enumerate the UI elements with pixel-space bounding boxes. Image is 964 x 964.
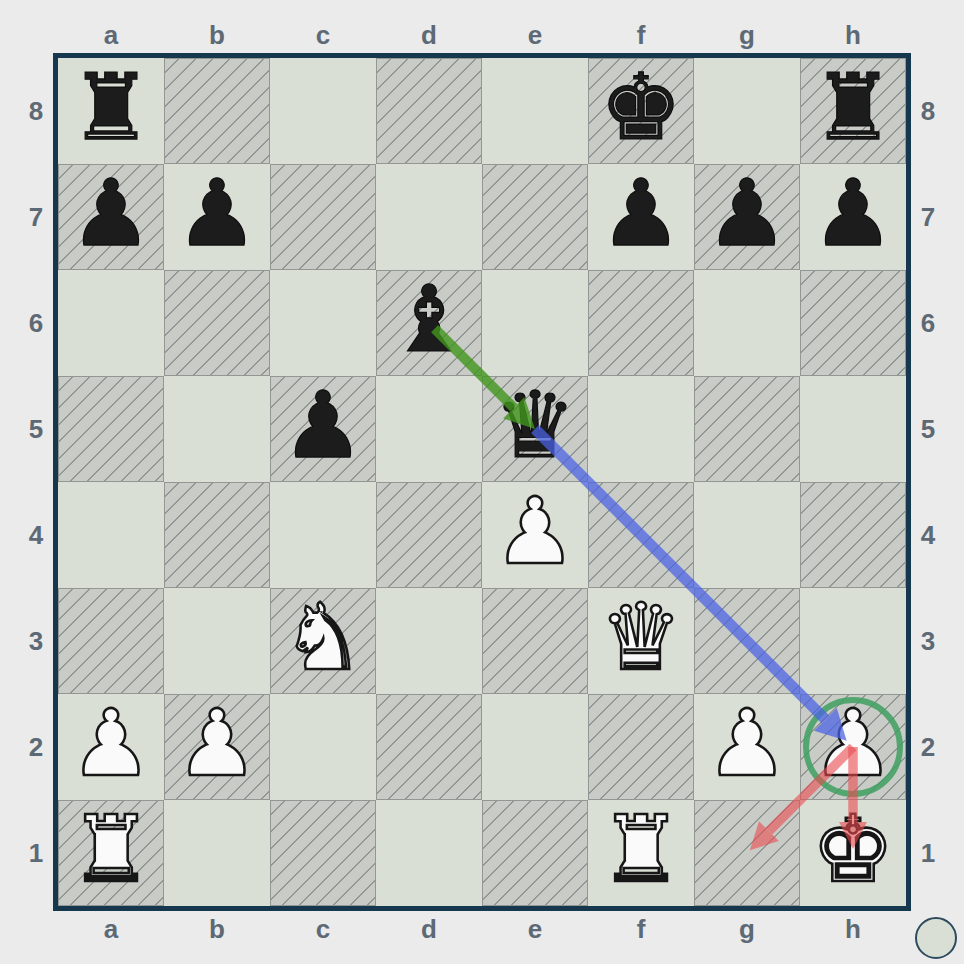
coord-label-5: 5 (914, 376, 942, 482)
square-d4[interactable] (376, 482, 482, 588)
square-f6[interactable] (588, 270, 694, 376)
square-d1[interactable] (376, 800, 482, 906)
coord-label-1: 1 (22, 800, 50, 906)
piece-black-rook[interactable]: ♜ (70, 55, 152, 161)
square-a7[interactable]: ♟ (58, 164, 164, 270)
square-g5[interactable] (694, 376, 800, 482)
square-c3[interactable]: ♞ (270, 588, 376, 694)
piece-black-king[interactable]: ♚ (600, 55, 682, 161)
square-a1[interactable]: ♜ (58, 800, 164, 906)
coord-label-b: b (164, 20, 270, 50)
square-e1[interactable] (482, 800, 588, 906)
coord-label-2: 2 (22, 694, 50, 800)
rank-labels-left: 87654321 (22, 58, 50, 906)
square-h5[interactable] (800, 376, 906, 482)
piece-white-pawn[interactable]: ♟ (176, 691, 258, 797)
coord-label-1: 1 (914, 800, 942, 906)
coord-label-f: f (588, 20, 694, 50)
coord-label-c: c (270, 914, 376, 944)
piece-white-rook[interactable]: ♜ (70, 797, 152, 903)
square-g4[interactable] (694, 482, 800, 588)
piece-black-pawn[interactable]: ♟ (812, 161, 894, 267)
square-c8[interactable] (270, 58, 376, 164)
coord-label-a: a (58, 20, 164, 50)
square-a6[interactable] (58, 270, 164, 376)
square-e4[interactable]: ♟ (482, 482, 588, 588)
square-e3[interactable] (482, 588, 588, 694)
piece-black-bishop[interactable]: ♝ (388, 267, 470, 373)
piece-white-knight[interactable]: ♞ (282, 585, 364, 691)
square-h1[interactable]: ♚ (800, 800, 906, 906)
file-labels-bottom: abcdefgh (58, 914, 906, 944)
chess-diagram: abcdefgh abcdefgh 87654321 87654321 ♜♚♜♟… (0, 0, 964, 964)
square-b1[interactable] (164, 800, 270, 906)
square-b7[interactable]: ♟ (164, 164, 270, 270)
square-e8[interactable] (482, 58, 588, 164)
coord-label-4: 4 (914, 482, 942, 588)
square-b6[interactable] (164, 270, 270, 376)
coord-label-g: g (694, 20, 800, 50)
square-h6[interactable] (800, 270, 906, 376)
white-to-move-indicator (915, 917, 957, 959)
square-b2[interactable]: ♟ (164, 694, 270, 800)
piece-white-rook[interactable]: ♜ (600, 797, 682, 903)
piece-black-pawn[interactable]: ♟ (70, 161, 152, 267)
coord-label-4: 4 (22, 482, 50, 588)
coord-label-h: h (800, 914, 906, 944)
square-f3[interactable]: ♛ (588, 588, 694, 694)
square-b4[interactable] (164, 482, 270, 588)
coord-label-d: d (376, 914, 482, 944)
coord-label-7: 7 (914, 164, 942, 270)
coord-label-7: 7 (22, 164, 50, 270)
chess-board: ♜♚♜♟♟♟♟♟♝♟♛♟♞♛♟♟♟♟♜♜♚ (53, 53, 911, 911)
square-a2[interactable]: ♟ (58, 694, 164, 800)
square-a4[interactable] (58, 482, 164, 588)
square-a5[interactable] (58, 376, 164, 482)
coord-label-f: f (588, 914, 694, 944)
square-b8[interactable] (164, 58, 270, 164)
coord-label-c: c (270, 20, 376, 50)
piece-black-pawn[interactable]: ♟ (600, 161, 682, 267)
piece-white-pawn[interactable]: ♟ (494, 479, 576, 585)
square-g1[interactable] (694, 800, 800, 906)
square-e2[interactable] (482, 694, 588, 800)
coord-label-a: a (58, 914, 164, 944)
square-e7[interactable] (482, 164, 588, 270)
square-e6[interactable] (482, 270, 588, 376)
piece-white-pawn[interactable]: ♟ (706, 691, 788, 797)
piece-black-queen[interactable]: ♛ (494, 373, 576, 479)
square-d8[interactable] (376, 58, 482, 164)
square-c6[interactable] (270, 270, 376, 376)
square-f5[interactable] (588, 376, 694, 482)
square-g3[interactable] (694, 588, 800, 694)
square-d5[interactable] (376, 376, 482, 482)
square-a3[interactable] (58, 588, 164, 694)
square-b3[interactable] (164, 588, 270, 694)
square-c1[interactable] (270, 800, 376, 906)
coord-label-e: e (482, 20, 588, 50)
square-f2[interactable] (588, 694, 694, 800)
file-labels-top: abcdefgh (58, 20, 906, 50)
coord-label-g: g (694, 914, 800, 944)
square-c7[interactable] (270, 164, 376, 270)
piece-white-pawn[interactable]: ♟ (812, 691, 894, 797)
square-g7[interactable]: ♟ (694, 164, 800, 270)
square-h4[interactable] (800, 482, 906, 588)
square-c5[interactable]: ♟ (270, 376, 376, 482)
square-f1[interactable]: ♜ (588, 800, 694, 906)
coord-label-8: 8 (22, 58, 50, 164)
piece-black-pawn[interactable]: ♟ (176, 161, 258, 267)
coord-label-e: e (482, 914, 588, 944)
coord-label-3: 3 (914, 588, 942, 694)
piece-white-pawn[interactable]: ♟ (70, 691, 152, 797)
square-c2[interactable] (270, 694, 376, 800)
coord-label-5: 5 (22, 376, 50, 482)
square-h7[interactable]: ♟ (800, 164, 906, 270)
square-e5[interactable]: ♛ (482, 376, 588, 482)
square-h3[interactable] (800, 588, 906, 694)
piece-white-queen[interactable]: ♛ (600, 585, 682, 691)
square-g2[interactable]: ♟ (694, 694, 800, 800)
piece-black-pawn[interactable]: ♟ (706, 161, 788, 267)
square-f4[interactable] (588, 482, 694, 588)
coord-label-h: h (800, 20, 906, 50)
coord-label-6: 6 (22, 270, 50, 376)
coord-label-b: b (164, 914, 270, 944)
square-g6[interactable] (694, 270, 800, 376)
coord-label-6: 6 (914, 270, 942, 376)
piece-black-rook[interactable]: ♜ (812, 55, 894, 161)
coord-label-2: 2 (914, 694, 942, 800)
square-b5[interactable] (164, 376, 270, 482)
square-d7[interactable] (376, 164, 482, 270)
square-a8[interactable]: ♜ (58, 58, 164, 164)
piece-white-king[interactable]: ♚ (812, 797, 894, 903)
square-h2[interactable]: ♟ (800, 694, 906, 800)
coord-label-8: 8 (914, 58, 942, 164)
square-h8[interactable]: ♜ (800, 58, 906, 164)
square-g8[interactable] (694, 58, 800, 164)
square-f8[interactable]: ♚ (588, 58, 694, 164)
square-d3[interactable] (376, 588, 482, 694)
square-d6[interactable]: ♝ (376, 270, 482, 376)
square-c4[interactable] (270, 482, 376, 588)
rank-labels-right: 87654321 (914, 58, 942, 906)
square-d2[interactable] (376, 694, 482, 800)
coord-label-3: 3 (22, 588, 50, 694)
coord-label-d: d (376, 20, 482, 50)
board-squares: ♜♚♜♟♟♟♟♟♝♟♛♟♞♛♟♟♟♟♜♜♚ (58, 58, 906, 906)
square-f7[interactable]: ♟ (588, 164, 694, 270)
piece-black-pawn[interactable]: ♟ (282, 373, 364, 479)
